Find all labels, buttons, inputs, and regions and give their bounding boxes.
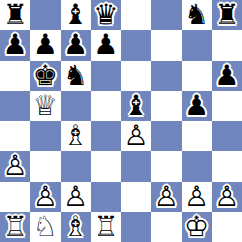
square-h3[interactable] [212, 151, 242, 181]
square-e8[interactable] [121, 0, 151, 30]
square-a5[interactable] [0, 91, 30, 121]
piece-glyph: ♟ [91, 30, 121, 60]
piece-black-pawn[interactable]: ♟♟ [30, 30, 60, 60]
piece-glyph: ♟ [0, 30, 30, 60]
piece-glyph: ♙ [151, 182, 181, 212]
piece-black-pawn[interactable]: ♟♟ [212, 61, 242, 91]
piece-glyph: ♗ [61, 212, 91, 242]
square-a3[interactable]: ♟♙ [0, 151, 30, 181]
piece-white-queen[interactable]: ♛♕ [30, 91, 60, 121]
piece-white-bishop[interactable]: ♝♗ [61, 212, 91, 242]
piece-glyph: ♔ [182, 212, 212, 242]
square-g2[interactable]: ♟♙ [182, 182, 212, 212]
piece-glyph: ♙ [121, 121, 151, 151]
square-h5[interactable] [212, 91, 242, 121]
square-e3[interactable] [121, 151, 151, 181]
piece-glyph: ♛ [91, 0, 121, 30]
square-h6[interactable]: ♟♟ [212, 61, 242, 91]
piece-glyph: ♖ [91, 212, 121, 242]
square-h4[interactable] [212, 121, 242, 151]
piece-black-knight[interactable]: ♞♞ [61, 61, 91, 91]
piece-black-rook[interactable]: ♜♜ [0, 0, 30, 30]
square-e2[interactable] [121, 182, 151, 212]
piece-glyph: ♙ [182, 182, 212, 212]
square-a8[interactable]: ♜♜ [0, 0, 30, 30]
square-a6[interactable] [0, 61, 30, 91]
piece-glyph: ♟ [30, 30, 60, 60]
square-d7[interactable]: ♟♟ [91, 30, 121, 60]
square-a7[interactable]: ♟♟ [0, 30, 30, 60]
piece-black-pawn[interactable]: ♟♟ [0, 30, 30, 60]
square-b6[interactable]: ♚♚ [30, 61, 60, 91]
piece-white-pawn[interactable]: ♟♙ [0, 151, 30, 181]
chess-board-container: ♜♜♝♝♛♛♞♞♜♜♟♟♟♟♟♟♟♟♚♚♞♞♟♟♛♕♝♝♟♟♝♗♟♙♟♙♟♙♟♙… [0, 0, 242, 242]
piece-white-pawn[interactable]: ♟♙ [121, 121, 151, 151]
piece-glyph: ♞ [61, 61, 91, 91]
piece-white-pawn[interactable]: ♟♙ [30, 182, 60, 212]
piece-glyph: ♘ [30, 212, 60, 242]
square-c8[interactable]: ♝♝ [61, 0, 91, 30]
square-c1[interactable]: ♝♗ [61, 212, 91, 242]
piece-black-pawn[interactable]: ♟♟ [61, 30, 91, 60]
piece-white-knight[interactable]: ♞♘ [30, 212, 60, 242]
piece-glyph: ♚ [30, 61, 60, 91]
square-a4[interactable] [0, 121, 30, 151]
square-a1[interactable]: ♜♖ [0, 212, 30, 242]
square-f8[interactable] [151, 0, 181, 30]
square-f2[interactable]: ♟♙ [151, 182, 181, 212]
square-d5[interactable] [91, 91, 121, 121]
square-e4[interactable]: ♟♙ [121, 121, 151, 151]
piece-glyph: ♝ [121, 91, 151, 121]
square-b4[interactable] [30, 121, 60, 151]
square-f4[interactable] [151, 121, 181, 151]
piece-black-bishop[interactable]: ♝♝ [121, 91, 151, 121]
square-f6[interactable] [151, 61, 181, 91]
square-g5[interactable]: ♟♟ [182, 91, 212, 121]
piece-black-king[interactable]: ♚♚ [30, 61, 60, 91]
square-c4[interactable]: ♝♗ [61, 121, 91, 151]
piece-black-bishop[interactable]: ♝♝ [61, 0, 91, 30]
square-g4[interactable] [182, 121, 212, 151]
piece-glyph: ♗ [61, 121, 91, 151]
square-d4[interactable] [91, 121, 121, 151]
square-d2[interactable] [91, 182, 121, 212]
square-e5[interactable]: ♝♝ [121, 91, 151, 121]
square-b5[interactable]: ♛♕ [30, 91, 60, 121]
square-f1[interactable] [151, 212, 181, 242]
square-g6[interactable] [182, 61, 212, 91]
piece-black-knight[interactable]: ♞♞ [182, 0, 212, 30]
piece-glyph: ♕ [30, 91, 60, 121]
piece-white-rook[interactable]: ♜♖ [0, 212, 30, 242]
piece-black-rook[interactable]: ♜♜ [212, 0, 242, 30]
piece-glyph: ♜ [0, 0, 30, 30]
piece-black-pawn[interactable]: ♟♟ [91, 30, 121, 60]
square-h7[interactable] [212, 30, 242, 60]
square-c6[interactable]: ♞♞ [61, 61, 91, 91]
square-g7[interactable] [182, 30, 212, 60]
piece-glyph: ♞ [182, 0, 212, 30]
square-e7[interactable] [121, 30, 151, 60]
square-b2[interactable]: ♟♙ [30, 182, 60, 212]
square-f3[interactable] [151, 151, 181, 181]
square-f7[interactable] [151, 30, 181, 60]
piece-black-pawn[interactable]: ♟♟ [182, 91, 212, 121]
piece-white-pawn[interactable]: ♟♙ [182, 182, 212, 212]
piece-glyph: ♙ [61, 182, 91, 212]
square-b8[interactable] [30, 0, 60, 30]
piece-glyph: ♟ [61, 30, 91, 60]
square-c2[interactable]: ♟♙ [61, 182, 91, 212]
piece-glyph: ♖ [0, 212, 30, 242]
piece-white-pawn[interactable]: ♟♙ [151, 182, 181, 212]
square-h8[interactable]: ♜♜ [212, 0, 242, 30]
square-f5[interactable] [151, 91, 181, 121]
piece-black-queen[interactable]: ♛♛ [91, 0, 121, 30]
piece-white-rook[interactable]: ♜♖ [91, 212, 121, 242]
piece-glyph: ♙ [30, 182, 60, 212]
square-e6[interactable] [121, 61, 151, 91]
square-g1[interactable]: ♚♔ [182, 212, 212, 242]
square-c5[interactable] [61, 91, 91, 121]
square-h1[interactable] [212, 212, 242, 242]
square-c3[interactable] [61, 151, 91, 181]
square-h2[interactable]: ♟♙ [212, 182, 242, 212]
piece-white-pawn[interactable]: ♟♙ [61, 182, 91, 212]
piece-glyph: ♟ [182, 91, 212, 121]
square-b3[interactable] [30, 151, 60, 181]
square-e1[interactable] [121, 212, 151, 242]
square-b7[interactable]: ♟♟ [30, 30, 60, 60]
square-c7[interactable]: ♟♟ [61, 30, 91, 60]
piece-glyph: ♜ [212, 0, 242, 30]
square-d8[interactable]: ♛♛ [91, 0, 121, 30]
square-d3[interactable] [91, 151, 121, 181]
piece-glyph: ♙ [0, 151, 30, 181]
square-a2[interactable] [0, 182, 30, 212]
square-g8[interactable]: ♞♞ [182, 0, 212, 30]
chess-board: ♜♜♝♝♛♛♞♞♜♜♟♟♟♟♟♟♟♟♚♚♞♞♟♟♛♕♝♝♟♟♝♗♟♙♟♙♟♙♟♙… [0, 0, 242, 242]
piece-glyph: ♙ [212, 182, 242, 212]
square-d6[interactable] [91, 61, 121, 91]
piece-white-bishop[interactable]: ♝♗ [61, 121, 91, 151]
piece-glyph: ♟ [212, 61, 242, 91]
piece-glyph: ♝ [61, 0, 91, 30]
square-g3[interactable] [182, 151, 212, 181]
square-b1[interactable]: ♞♘ [30, 212, 60, 242]
piece-white-pawn[interactable]: ♟♙ [212, 182, 242, 212]
square-d1[interactable]: ♜♖ [91, 212, 121, 242]
piece-white-king[interactable]: ♚♔ [182, 212, 212, 242]
